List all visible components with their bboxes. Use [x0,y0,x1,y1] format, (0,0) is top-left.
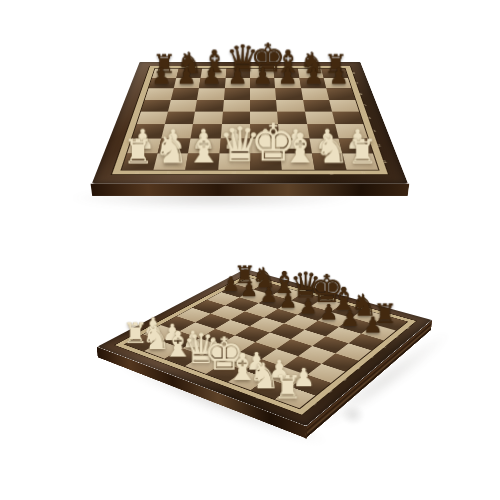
square-d1: ♛ [218,153,250,169]
chess-board-bottom: ♜♞♝♛♚♝♞♜♟♟♟♟♟♟♟♟♟♟♟♟♟♟♟♟♜♞♝♛♚♝♞♜ abcdefg… [97,269,432,426]
white-rook: ♜ [346,135,378,169]
white-rook: ♜ [122,135,154,169]
square-c1: ♝ [186,153,219,169]
square-e1: ♚ [250,153,282,169]
square-g1: ♞ [312,153,347,169]
photo-background: ♜♞♝♛♚♝♞♜♟♟♟♟♟♟♟♟♟♟♟♟♟♟♟♟♜♞♝♛♚♝♞♜ abcdefg… [0,0,500,500]
white-rook: ♜ [273,371,303,403]
square-a1: ♜ [122,153,158,169]
board-front-edge [91,184,410,196]
file-label-a: a [134,171,139,175]
file-label-c: c [199,171,203,175]
rank-label-1: 1 [382,160,388,164]
chess-board-bottom-scene: ♜♞♝♛♚♝♞♜♟♟♟♟♟♟♟♟♟♟♟♟♟♟♟♟♜♞♝♛♚♝♞♜ abcdefg… [150,213,390,453]
white-queen: ♛ [218,121,250,169]
file-label-b: b [166,171,171,175]
white-bishop: ♝ [282,128,314,169]
file-label-f: f [297,171,300,175]
white-king: ♚ [250,117,282,169]
white-bishop: ♝ [186,128,218,169]
rank-label-4: 4 [367,116,372,119]
white-knight: ♞ [154,130,186,169]
square-f1: ♝ [281,153,314,169]
square-h1: ♜ [342,153,378,169]
black-pawn: ♟ [360,314,385,336]
file-label-e: e [264,171,269,175]
square-b4 [165,112,195,125]
file-label-h: h [361,171,367,175]
file-label-g: g [328,171,333,175]
chess-board-top: ♜♞♝♛♚♝♞♜♟♟♟♟♟♟♟♟♟♟♟♟♟♟♟♟♜♞♝♛♚♝♞♜ abcdefg… [92,62,408,184]
square-h4 [332,112,364,125]
chess-board-top-scene: ♜♞♝♛♚♝♞♜♟♟♟♟♟♟♟♟♟♟♟♟♟♟♟♟♜♞♝♛♚♝♞♜ abcdefg… [120,0,380,242]
file-label-d: d [231,171,236,175]
square-b1: ♞ [154,153,189,169]
square-a4 [137,112,169,125]
square-g4 [305,112,335,125]
white-knight: ♞ [314,130,346,169]
